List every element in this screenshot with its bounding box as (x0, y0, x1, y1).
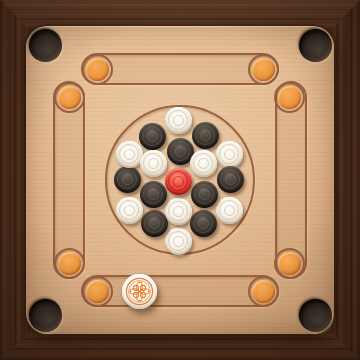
carrom-coin-white (216, 141, 243, 168)
queen-coin (165, 168, 192, 195)
carrom-coin-white (116, 141, 143, 168)
carrom-coin-white (116, 197, 143, 224)
carrom-coin-black (140, 181, 167, 208)
carrom-coin-black (217, 166, 244, 193)
carrom-coin-black (114, 166, 141, 193)
carrom-coin-white (165, 107, 192, 134)
carrom-coin-black (139, 123, 166, 150)
striker-knot-icon (122, 274, 157, 309)
carrom-board (0, 0, 360, 360)
carrom-coin-black (192, 122, 219, 149)
coins-layer (0, 0, 360, 360)
carrom-coin-black (191, 181, 218, 208)
carrom-coin-white (190, 150, 217, 177)
striker[interactable] (122, 274, 157, 309)
carrom-coin-black (141, 210, 168, 237)
carrom-coin-black (190, 210, 217, 237)
carrom-coin-white (216, 197, 243, 224)
carrom-coin-white (140, 150, 167, 177)
carrom-coin-white (165, 228, 192, 255)
carrom-coin-white (165, 198, 192, 225)
